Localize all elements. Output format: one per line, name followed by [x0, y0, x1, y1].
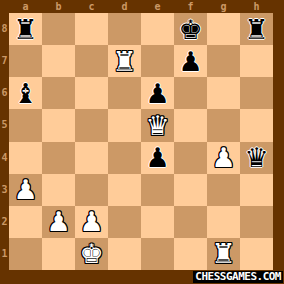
- square-c7[interactable]: [75, 45, 108, 77]
- square-a8[interactable]: ♜: [9, 13, 42, 45]
- square-f7[interactable]: ♟: [174, 45, 207, 77]
- square-a7[interactable]: [9, 45, 42, 77]
- square-e6[interactable]: ♟: [141, 77, 174, 109]
- square-c6[interactable]: [75, 77, 108, 109]
- black-rook-a8: ♜: [9, 13, 42, 45]
- square-b3[interactable]: [42, 174, 75, 206]
- square-e2[interactable]: [141, 206, 174, 238]
- chess-board-frame: abcdefgh 87654321 ♜♚♜♜♟♝♟♛♟♟♛♟♟♟♚♜ CHESS…: [0, 0, 284, 284]
- square-f2[interactable]: [174, 206, 207, 238]
- square-a3[interactable]: ♟: [9, 174, 42, 206]
- rank-label-4: 4: [0, 142, 9, 174]
- square-b5[interactable]: [42, 109, 75, 141]
- white-pawn-b2: ♟: [42, 206, 75, 238]
- white-pawn-a3: ♟: [9, 174, 42, 206]
- square-f6[interactable]: [174, 77, 207, 109]
- file-label-e: e: [141, 0, 174, 13]
- black-queen-h4: ♛: [240, 142, 273, 174]
- square-d4[interactable]: [108, 142, 141, 174]
- rank-label-1: 1: [0, 238, 9, 270]
- square-d6[interactable]: [108, 77, 141, 109]
- square-a5[interactable]: [9, 109, 42, 141]
- square-g6[interactable]: [207, 77, 240, 109]
- square-c8[interactable]: [75, 13, 108, 45]
- square-f1[interactable]: [174, 238, 207, 270]
- square-f8[interactable]: ♚: [174, 13, 207, 45]
- rank-label-2: 2: [0, 206, 9, 238]
- black-rook-h8: ♜: [240, 13, 273, 45]
- square-b6[interactable]: [42, 77, 75, 109]
- square-c1[interactable]: ♚: [75, 238, 108, 270]
- white-queen-e5: ♛: [141, 109, 174, 141]
- square-d8[interactable]: [108, 13, 141, 45]
- square-h3[interactable]: [240, 174, 273, 206]
- square-h6[interactable]: [240, 77, 273, 109]
- white-king-c1: ♚: [75, 238, 108, 270]
- square-g5[interactable]: [207, 109, 240, 141]
- rank-label-6: 6: [0, 77, 9, 109]
- square-b8[interactable]: [42, 13, 75, 45]
- square-e8[interactable]: [141, 13, 174, 45]
- square-h4[interactable]: ♛: [240, 142, 273, 174]
- file-label-f: f: [174, 0, 207, 13]
- square-a4[interactable]: [9, 142, 42, 174]
- square-g2[interactable]: [207, 206, 240, 238]
- square-h5[interactable]: [240, 109, 273, 141]
- white-rook-d7: ♜: [108, 45, 141, 77]
- square-a2[interactable]: [9, 206, 42, 238]
- square-b7[interactable]: [42, 45, 75, 77]
- square-d1[interactable]: [108, 238, 141, 270]
- square-g8[interactable]: [207, 13, 240, 45]
- file-label-d: d: [108, 0, 141, 13]
- square-g3[interactable]: [207, 174, 240, 206]
- square-f3[interactable]: [174, 174, 207, 206]
- file-label-g: g: [207, 0, 240, 13]
- square-h2[interactable]: [240, 206, 273, 238]
- square-h8[interactable]: ♜: [240, 13, 273, 45]
- file-label-h: h: [240, 0, 273, 13]
- black-bishop-a6: ♝: [9, 77, 42, 109]
- square-g7[interactable]: [207, 45, 240, 77]
- square-f5[interactable]: [174, 109, 207, 141]
- square-e7[interactable]: [141, 45, 174, 77]
- square-a6[interactable]: ♝: [9, 77, 42, 109]
- file-labels: abcdefgh: [9, 0, 273, 13]
- rank-label-3: 3: [0, 174, 9, 206]
- black-pawn-e4: ♟: [141, 142, 174, 174]
- square-b1[interactable]: [42, 238, 75, 270]
- square-b4[interactable]: [42, 142, 75, 174]
- square-f4[interactable]: [174, 142, 207, 174]
- rank-label-8: 8: [0, 13, 9, 45]
- square-d2[interactable]: [108, 206, 141, 238]
- square-e3[interactable]: [141, 174, 174, 206]
- rank-labels: 87654321: [0, 13, 9, 270]
- square-d7[interactable]: ♜: [108, 45, 141, 77]
- black-pawn-f7: ♟: [174, 45, 207, 77]
- square-c4[interactable]: [75, 142, 108, 174]
- file-label-a: a: [9, 0, 42, 13]
- square-b2[interactable]: ♟: [42, 206, 75, 238]
- square-c5[interactable]: [75, 109, 108, 141]
- square-d3[interactable]: [108, 174, 141, 206]
- square-c2[interactable]: ♟: [75, 206, 108, 238]
- white-pawn-c2: ♟: [75, 206, 108, 238]
- chessgames-watermark: CHESSGAMES.COM: [193, 271, 283, 283]
- square-c3[interactable]: [75, 174, 108, 206]
- square-d5[interactable]: [108, 109, 141, 141]
- square-h1[interactable]: [240, 238, 273, 270]
- black-king-f8: ♚: [174, 13, 207, 45]
- square-g4[interactable]: ♟: [207, 142, 240, 174]
- white-rook-g1: ♜: [207, 238, 240, 270]
- board: ♜♚♜♜♟♝♟♛♟♟♛♟♟♟♚♜: [9, 13, 273, 270]
- square-e1[interactable]: [141, 238, 174, 270]
- rank-label-7: 7: [0, 45, 9, 77]
- square-g1[interactable]: ♜: [207, 238, 240, 270]
- square-e4[interactable]: ♟: [141, 142, 174, 174]
- square-h7[interactable]: [240, 45, 273, 77]
- rank-label-5: 5: [0, 109, 9, 141]
- file-label-b: b: [42, 0, 75, 13]
- square-e5[interactable]: ♛: [141, 109, 174, 141]
- square-a1[interactable]: [9, 238, 42, 270]
- black-pawn-e6: ♟: [141, 77, 174, 109]
- file-label-c: c: [75, 0, 108, 13]
- white-pawn-g4: ♟: [207, 142, 240, 174]
